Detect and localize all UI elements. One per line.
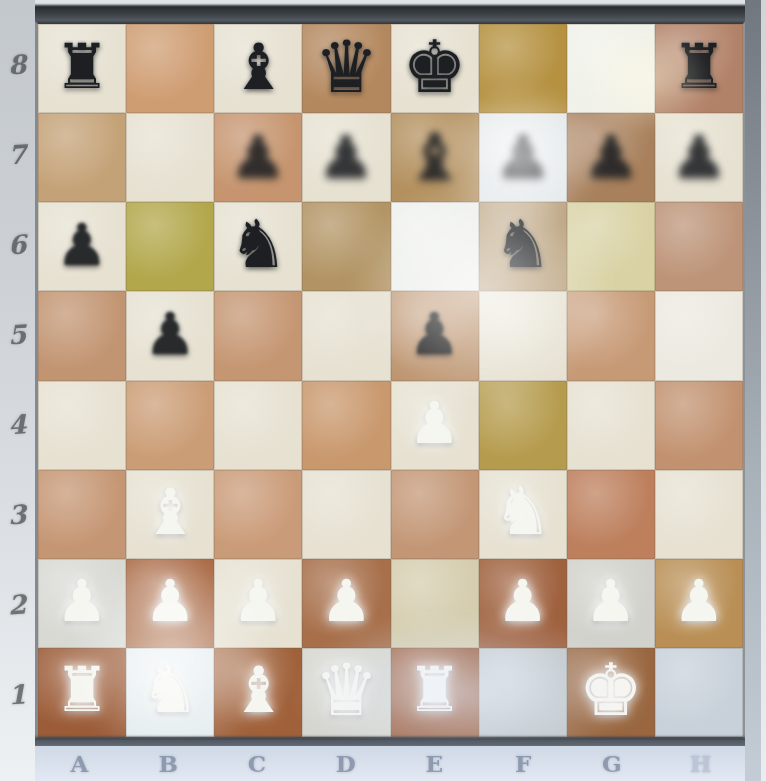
piece-black-pawn-a6: ♟: [56, 216, 108, 274]
piece-white-pawn-b2: ♟: [144, 572, 196, 630]
file-label-d: D: [336, 750, 356, 777]
piece-white-pawn-g2: ♟: [585, 572, 637, 630]
piece-black-pawn-c7: ♟: [229, 128, 287, 186]
square-c5[interactable]: [214, 291, 302, 380]
piece-white-knight-f3: ♞: [493, 479, 552, 545]
rank-label-8: 8: [7, 49, 27, 80]
rank-cell-6: 6: [0, 200, 35, 290]
file-cell-e: E: [390, 746, 479, 781]
piece-black-bishop-e7: ♝: [402, 125, 466, 189]
square-d6[interactable]: [302, 202, 390, 291]
square-e8[interactable]: ♚: [391, 24, 479, 113]
rank-label-6: 6: [7, 229, 27, 260]
square-b5[interactable]: ♟: [126, 291, 214, 380]
square-b8[interactable]: [126, 24, 214, 113]
piece-black-pawn-e5: ♟: [409, 305, 461, 363]
square-a4[interactable]: [38, 381, 126, 470]
piece-black-queen-d8: ♛: [314, 31, 379, 103]
piece-white-queen-d1: ♛: [314, 654, 379, 726]
square-h4[interactable]: [655, 381, 743, 470]
square-g8[interactable]: [567, 24, 655, 113]
square-c7[interactable]: ♟: [214, 113, 302, 202]
square-f8[interactable]: [479, 24, 567, 113]
file-label-c: C: [248, 750, 266, 777]
piece-black-pawn-d7: ♟: [317, 128, 375, 186]
file-label-e: E: [426, 750, 444, 777]
square-b3[interactable]: ♝: [126, 470, 214, 559]
rank-label-3: 3: [7, 499, 27, 530]
piece-white-bishop-b3: ♝: [142, 480, 199, 544]
board: ♜♝♛♚♜♟♟♝♟♟♟♟♞♞♟♟♟♝♞♟♟♟♟♟♟♟♜♞♝♛♜♚: [35, 20, 745, 740]
piece-white-pawn-c2: ♟: [232, 572, 284, 630]
square-g5[interactable]: [567, 291, 655, 380]
rank-label-4: 4: [7, 409, 27, 440]
square-b4[interactable]: [126, 381, 214, 470]
square-e6[interactable]: [391, 202, 479, 291]
square-e3[interactable]: [391, 470, 479, 559]
rank-cell-1: 1: [0, 650, 35, 740]
chessboard-photo: 87654321 ♜♝♛♚♜♟♟♝♟♟♟♟♞♞♟♟♟♝♞♟♟♟♟♟♟♟♜♞♝♛♜…: [0, 0, 766, 781]
square-d1[interactable]: ♛: [302, 648, 390, 737]
square-e4[interactable]: ♟: [391, 381, 479, 470]
square-a8[interactable]: ♜: [38, 24, 126, 113]
file-cell-c: C: [213, 746, 302, 781]
square-a3[interactable]: [38, 470, 126, 559]
square-g4[interactable]: [567, 381, 655, 470]
board-top-edge: [16, 5, 752, 22]
square-g2[interactable]: ♟: [567, 559, 655, 648]
rank-cell-7: 7: [0, 110, 35, 200]
square-c6[interactable]: ♞: [214, 202, 302, 291]
file-cell-b: B: [124, 746, 213, 781]
piece-white-pawn-h2: ♟: [673, 572, 725, 630]
square-e2[interactable]: [391, 559, 479, 648]
rank-cell-8: 8: [0, 20, 35, 110]
square-h2[interactable]: ♟: [655, 559, 743, 648]
piece-black-rook-a8: ♜: [54, 36, 110, 98]
square-h3[interactable]: [655, 470, 743, 559]
square-d7[interactable]: ♟: [302, 113, 390, 202]
board-right-highlight: [761, 0, 766, 781]
rank-label-2: 2: [7, 589, 27, 620]
square-d5[interactable]: [302, 291, 390, 380]
square-a7[interactable]: [38, 113, 126, 202]
piece-white-pawn-d2: ♟: [320, 572, 372, 630]
square-h1[interactable]: [655, 648, 743, 737]
file-cell-a: A: [35, 746, 124, 781]
square-c8[interactable]: ♝: [214, 24, 302, 113]
square-b7[interactable]: [126, 113, 214, 202]
piece-black-king-e8: ♚: [402, 31, 467, 103]
square-c3[interactable]: [214, 470, 302, 559]
square-f3[interactable]: ♞: [479, 470, 567, 559]
square-c2[interactable]: ♟: [214, 559, 302, 648]
piece-black-knight-c6: ♞: [229, 212, 288, 278]
square-h8[interactable]: ♜: [655, 24, 743, 113]
rank-label-5: 5: [7, 319, 27, 350]
piece-black-pawn-h7: ♟: [670, 128, 728, 186]
square-c1[interactable]: ♝: [214, 648, 302, 737]
square-c4[interactable]: [214, 381, 302, 470]
square-b6[interactable]: [126, 202, 214, 291]
file-cell-h: H: [656, 746, 745, 781]
square-h5[interactable]: [655, 291, 743, 380]
square-d4[interactable]: [302, 381, 390, 470]
piece-white-pawn-e4: ♟: [409, 394, 461, 452]
rank-cell-4: 4: [0, 380, 35, 470]
square-f1[interactable]: [479, 648, 567, 737]
piece-black-bishop-c8: ♝: [230, 35, 287, 99]
piece-white-bishop-c1: ♝: [230, 658, 287, 722]
square-h6[interactable]: [655, 202, 743, 291]
square-b2[interactable]: ♟: [126, 559, 214, 648]
rank-cell-2: 2: [0, 560, 35, 650]
square-f5[interactable]: [479, 291, 567, 380]
file-cell-d: D: [301, 746, 390, 781]
square-b1[interactable]: ♞: [126, 648, 214, 737]
square-h7[interactable]: ♟: [655, 113, 743, 202]
file-label-f: F: [515, 750, 531, 777]
square-e1[interactable]: ♜: [391, 648, 479, 737]
square-a1[interactable]: ♜: [38, 648, 126, 737]
file-label-g: G: [602, 750, 622, 777]
piece-black-pawn-b5: ♟: [144, 305, 196, 363]
square-e5[interactable]: ♟: [391, 291, 479, 380]
square-f6[interactable]: ♞: [479, 202, 567, 291]
piece-black-rook-h8: ♜: [671, 36, 727, 98]
piece-black-pawn-g7: ♟: [582, 128, 640, 186]
piece-white-rook-e1: ♜: [407, 659, 463, 721]
piece-white-rook-a1: ♜: [54, 659, 110, 721]
piece-black-pawn-f7: ♟: [494, 128, 552, 186]
square-e7[interactable]: ♝: [391, 113, 479, 202]
square-a6[interactable]: ♟: [38, 202, 126, 291]
file-coordinates: ABCDEFGH: [35, 746, 745, 781]
square-a2[interactable]: ♟: [38, 559, 126, 648]
piece-white-pawn-a2: ♟: [56, 572, 108, 630]
piece-white-knight-b1: ♞: [141, 657, 200, 723]
square-d3[interactable]: [302, 470, 390, 559]
piece-black-knight-f6: ♞: [493, 212, 552, 278]
square-f2[interactable]: ♟: [479, 559, 567, 648]
file-cell-g: G: [568, 746, 657, 781]
square-g7[interactable]: ♟: [567, 113, 655, 202]
file-cell-f: F: [479, 746, 568, 781]
file-label-a: A: [70, 750, 88, 777]
board-right-edge: [745, 0, 766, 781]
square-g6[interactable]: [567, 202, 655, 291]
rank-label-7: 7: [7, 139, 27, 170]
square-a5[interactable]: [38, 291, 126, 380]
rank-cell-5: 5: [0, 290, 35, 380]
square-g1[interactable]: ♚: [567, 648, 655, 737]
square-d8[interactable]: ♛: [302, 24, 390, 113]
square-f7[interactable]: ♟: [479, 113, 567, 202]
square-g3[interactable]: [567, 470, 655, 559]
file-label-b: B: [158, 750, 177, 777]
piece-white-king-g1: ♚: [579, 654, 644, 726]
rank-cell-3: 3: [0, 470, 35, 560]
square-f4[interactable]: [479, 381, 567, 470]
square-d2[interactable]: ♟: [302, 559, 390, 648]
file-label-h: H: [690, 750, 712, 777]
rank-label-1: 1: [7, 679, 27, 710]
piece-white-pawn-f2: ♟: [497, 572, 549, 630]
rank-coordinates: 87654321: [0, 0, 35, 781]
